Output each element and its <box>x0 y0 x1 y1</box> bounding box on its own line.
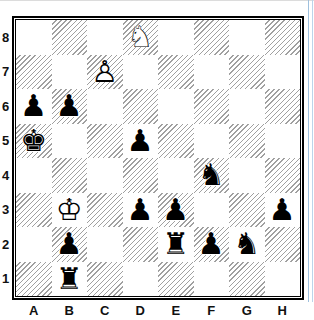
square-c8 <box>87 20 123 55</box>
square-c5 <box>87 124 123 159</box>
square-a1 <box>16 262 52 297</box>
square-h2 <box>265 227 301 262</box>
square-a5: ♚ <box>16 124 52 159</box>
square-g2: ♞ <box>229 227 265 262</box>
square-c6 <box>87 89 123 124</box>
square-b4 <box>52 158 88 193</box>
square-e2: ♜ <box>158 227 194 262</box>
square-g8 <box>229 20 265 55</box>
square-b1: ♜ <box>52 262 88 297</box>
square-h5 <box>265 124 301 159</box>
rank-label-4: 4 <box>0 158 11 193</box>
top-hairline <box>0 0 314 1</box>
square-h7 <box>265 55 301 90</box>
piece-black-pawn-h3: ♟ <box>269 195 296 225</box>
file-label-G: G <box>229 302 265 318</box>
square-e4 <box>158 158 194 193</box>
square-g6 <box>229 89 265 124</box>
square-d6 <box>123 89 159 124</box>
square-g4 <box>229 158 265 193</box>
chess-diagram: 87654321 ♞♘♟♙♟♟♚♟♞♚♔♟♟♟♟♜♟♞♜ ABCDEFGH <box>0 0 314 320</box>
square-b5 <box>52 124 88 159</box>
square-f5 <box>194 124 230 159</box>
file-label-F: F <box>194 302 230 318</box>
square-d1 <box>123 262 159 297</box>
page-edge-accent-line <box>308 0 309 302</box>
piece-black-king-a5: ♚ <box>20 126 47 156</box>
file-label-B: B <box>52 302 88 318</box>
file-labels: ABCDEFGH <box>16 302 300 318</box>
square-h8 <box>265 20 301 55</box>
square-h6 <box>265 89 301 124</box>
square-a8 <box>16 20 52 55</box>
square-d4 <box>123 158 159 193</box>
rank-label-5: 5 <box>0 124 11 159</box>
square-c7: ♟♙ <box>87 55 123 90</box>
square-c4 <box>87 158 123 193</box>
square-f6 <box>194 89 230 124</box>
square-g7 <box>229 55 265 90</box>
piece-white-king-b3: ♚♔ <box>56 195 83 225</box>
square-e5 <box>158 124 194 159</box>
piece-black-rook-e2: ♜ <box>162 229 189 259</box>
square-f7 <box>194 55 230 90</box>
board-frame: ♞♘♟♙♟♟♚♟♞♚♔♟♟♟♟♜♟♞♜ <box>12 16 304 300</box>
piece-white-pawn-c7: ♟♙ <box>91 57 118 87</box>
square-a2 <box>16 227 52 262</box>
square-g3 <box>229 193 265 228</box>
file-label-A: A <box>16 302 52 318</box>
square-g5 <box>229 124 265 159</box>
square-d8: ♞♘ <box>123 20 159 55</box>
square-d7 <box>123 55 159 90</box>
file-label-D: D <box>123 302 159 318</box>
piece-black-rook-b1: ♜ <box>56 264 83 294</box>
square-e3: ♟ <box>158 193 194 228</box>
file-label-E: E <box>158 302 194 318</box>
piece-black-pawn-b2: ♟ <box>56 229 83 259</box>
rank-label-3: 3 <box>0 193 11 228</box>
square-h1 <box>265 262 301 297</box>
piece-black-pawn-e3: ♟ <box>162 195 189 225</box>
square-d3: ♟ <box>123 193 159 228</box>
square-b7 <box>52 55 88 90</box>
square-a3 <box>16 193 52 228</box>
piece-black-pawn-d5: ♟ <box>127 126 154 156</box>
square-c3 <box>87 193 123 228</box>
square-e6 <box>158 89 194 124</box>
square-d5: ♟ <box>123 124 159 159</box>
square-h3: ♟ <box>265 193 301 228</box>
square-f2: ♟ <box>194 227 230 262</box>
square-f3 <box>194 193 230 228</box>
square-a6: ♟ <box>16 89 52 124</box>
rank-labels: 87654321 <box>0 20 11 296</box>
square-f8 <box>194 20 230 55</box>
square-c2 <box>87 227 123 262</box>
rank-label-2: 2 <box>0 227 11 262</box>
page-edge-accent-line-2 <box>312 0 313 302</box>
piece-black-pawn-d3: ♟ <box>127 195 154 225</box>
square-f1 <box>194 262 230 297</box>
chess-board: ♞♘♟♙♟♟♚♟♞♚♔♟♟♟♟♜♟♞♜ <box>16 20 300 296</box>
square-e7 <box>158 55 194 90</box>
square-b2: ♟ <box>52 227 88 262</box>
file-label-C: C <box>87 302 123 318</box>
file-label-H: H <box>265 302 301 318</box>
piece-black-pawn-a6: ♟ <box>20 91 47 121</box>
rank-label-1: 1 <box>0 262 11 297</box>
square-b6: ♟ <box>52 89 88 124</box>
square-b3: ♚♔ <box>52 193 88 228</box>
square-b8 <box>52 20 88 55</box>
piece-black-knight-f4: ♞ <box>198 160 225 190</box>
piece-black-pawn-f2: ♟ <box>198 229 225 259</box>
square-e8 <box>158 20 194 55</box>
square-d2 <box>123 227 159 262</box>
rank-label-6: 6 <box>0 89 11 124</box>
rank-label-8: 8 <box>0 20 11 55</box>
square-f4: ♞ <box>194 158 230 193</box>
square-g1 <box>229 262 265 297</box>
square-e1 <box>158 262 194 297</box>
square-a4 <box>16 158 52 193</box>
piece-white-knight-d8: ♞♘ <box>127 22 154 52</box>
piece-black-knight-g2: ♞ <box>233 229 260 259</box>
piece-black-pawn-b6: ♟ <box>56 91 83 121</box>
square-h4 <box>265 158 301 193</box>
rank-label-7: 7 <box>0 55 11 90</box>
board-frame-inner: ♞♘♟♙♟♟♚♟♞♚♔♟♟♟♟♜♟♞♜ <box>15 19 301 297</box>
square-c1 <box>87 262 123 297</box>
square-a7 <box>16 55 52 90</box>
